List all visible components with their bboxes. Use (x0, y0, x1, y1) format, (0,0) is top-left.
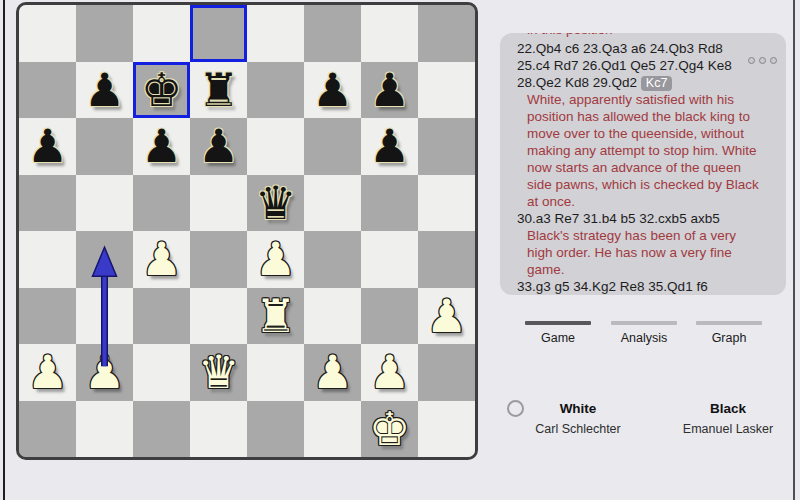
tab-graph[interactable]: Graph (696, 321, 762, 345)
square-e5[interactable]: ♛ (247, 175, 304, 232)
square-e6[interactable] (247, 118, 304, 175)
move-text[interactable]: 25.c4 Rd7 26.Qd1 Qe5 27.Qg4 Ke8 (517, 57, 766, 74)
square-c1[interactable] (133, 401, 190, 458)
square-e8[interactable] (247, 5, 304, 62)
square-d1[interactable] (190, 401, 247, 458)
square-g7[interactable]: ♟ (361, 62, 418, 119)
square-a8[interactable] (19, 5, 76, 62)
black-pawn-d6: ♟ (198, 123, 239, 169)
square-h1[interactable] (418, 401, 475, 458)
square-a6[interactable]: ♟ (19, 118, 76, 175)
square-b6[interactable] (76, 118, 133, 175)
square-f2[interactable]: ♟ (304, 344, 361, 401)
square-g1[interactable]: ♚ (361, 401, 418, 458)
black-pawn-a6: ♟ (27, 123, 68, 169)
square-b4[interactable] (76, 231, 133, 288)
square-e3[interactable]: ♜ (247, 288, 304, 345)
move-text[interactable]: 28.Qe2 Kd8 29.Qd2 Kc7 (517, 74, 766, 91)
move-text[interactable]: 33.g3 g5 34.Kg2 Re8 35.Qd1 f6 (517, 278, 766, 295)
current-move-badge[interactable]: Kc7 (641, 76, 673, 91)
app-screen: ♟♚♜♟♟♟♟♟♟♛♟♟♜♟♟♟♛♟♟♚ in this position 22… (0, 0, 800, 500)
square-h5[interactable] (418, 175, 475, 232)
square-b7[interactable]: ♟ (76, 62, 133, 119)
white-pawn-f2: ♟ (312, 349, 353, 395)
tab-analysis-label: Analysis (611, 331, 677, 345)
annotation-text: Black's strategy has been of a very high… (517, 227, 766, 278)
white-pawn-b2: ♟ (84, 349, 125, 395)
square-c8[interactable] (133, 5, 190, 62)
white-king-g1: ♚ (369, 406, 410, 452)
tab-graph-label: Graph (696, 331, 762, 345)
square-a5[interactable] (19, 175, 76, 232)
square-g3[interactable] (361, 288, 418, 345)
square-h3[interactable]: ♟ (418, 288, 475, 345)
square-f8[interactable] (304, 5, 361, 62)
square-h6[interactable] (418, 118, 475, 175)
square-h8[interactable] (418, 5, 475, 62)
square-e4[interactable]: ♟ (247, 231, 304, 288)
notation-lines: 22.Qb4 c6 23.Qa3 a6 24.Qb3 Rd825.c4 Rd7 … (517, 40, 766, 295)
square-e2[interactable] (247, 344, 304, 401)
square-f3[interactable] (304, 288, 361, 345)
square-f6[interactable] (304, 118, 361, 175)
clipped-annotation: in this position (517, 33, 766, 40)
tab-game[interactable]: Game (525, 321, 591, 345)
square-e7[interactable] (247, 62, 304, 119)
square-f5[interactable] (304, 175, 361, 232)
ellipsis-menu-icon[interactable] (748, 57, 777, 64)
black-pawn-c6: ♟ (141, 123, 182, 169)
square-b2[interactable]: ♟ (76, 344, 133, 401)
square-f1[interactable] (304, 401, 361, 458)
square-d6[interactable]: ♟ (190, 118, 247, 175)
black-rook-d7: ♜ (198, 67, 239, 113)
square-g2[interactable]: ♟ (361, 344, 418, 401)
chess-board: ♟♚♜♟♟♟♟♟♟♛♟♟♜♟♟♟♛♟♟♚ (16, 2, 478, 460)
square-a3[interactable] (19, 288, 76, 345)
square-d3[interactable] (190, 288, 247, 345)
square-g4[interactable] (361, 231, 418, 288)
white-player-name: Carl Schlechter (498, 422, 658, 436)
square-a4[interactable] (19, 231, 76, 288)
square-d5[interactable] (190, 175, 247, 232)
white-pawn-g2: ♟ (369, 349, 410, 395)
square-h2[interactable] (418, 344, 475, 401)
tab-game-indicator (525, 321, 591, 325)
square-a1[interactable] (19, 401, 76, 458)
square-g5[interactable] (361, 175, 418, 232)
black-pawn-b7: ♟ (84, 67, 125, 113)
black-player-name: Emanuel Lasker (648, 422, 800, 436)
white-rook-e3: ♜ (255, 293, 296, 339)
move-list: in this position 22.Qb4 c6 23.Qa3 a6 24.… (500, 33, 786, 295)
square-d4[interactable] (190, 231, 247, 288)
move-text[interactable]: 22.Qb4 c6 23.Qa3 a6 24.Qb3 Rd8 (517, 40, 766, 57)
square-a7[interactable] (19, 62, 76, 119)
square-c2[interactable] (133, 344, 190, 401)
tab-graph-indicator (696, 321, 762, 325)
black-pawn-f7: ♟ (312, 67, 353, 113)
square-c4[interactable]: ♟ (133, 231, 190, 288)
square-h4[interactable] (418, 231, 475, 288)
tab-analysis-indicator (611, 321, 677, 325)
square-b1[interactable] (76, 401, 133, 458)
square-g6[interactable]: ♟ (361, 118, 418, 175)
white-queen-d2: ♛ (198, 349, 239, 395)
square-b3[interactable] (76, 288, 133, 345)
board-grid: ♟♚♜♟♟♟♟♟♟♛♟♟♜♟♟♟♛♟♟♚ (19, 5, 475, 457)
tab-game-label: Game (525, 331, 591, 345)
white-pawn-e4: ♟ (255, 236, 296, 282)
square-a2[interactable]: ♟ (19, 344, 76, 401)
square-g8[interactable] (361, 5, 418, 62)
white-pawn-a2: ♟ (27, 349, 68, 395)
black-queen-e5: ♛ (255, 180, 296, 226)
player-white: White Carl Schlechter (498, 401, 658, 436)
square-h7[interactable] (418, 62, 475, 119)
square-d2[interactable]: ♛ (190, 344, 247, 401)
black-pawn-g6: ♟ (369, 123, 410, 169)
square-c7[interactable]: ♚ (133, 62, 190, 119)
white-pawn-h3: ♟ (426, 293, 467, 339)
black-king-c7: ♚ (141, 67, 182, 113)
square-e1[interactable] (247, 401, 304, 458)
square-b8[interactable] (76, 5, 133, 62)
square-d7[interactable]: ♜ (190, 62, 247, 119)
square-f7[interactable]: ♟ (304, 62, 361, 119)
move-text[interactable]: 30.a3 Re7 31.b4 b5 32.cxb5 axb5 (517, 210, 766, 227)
window-left-edge (3, 0, 5, 500)
white-label: White (498, 401, 658, 416)
square-f4[interactable] (304, 231, 361, 288)
square-b5[interactable] (76, 175, 133, 232)
square-c3[interactable] (133, 288, 190, 345)
player-black: Black Emanuel Lasker (648, 401, 800, 436)
square-c6[interactable]: ♟ (133, 118, 190, 175)
black-pawn-g7: ♟ (369, 67, 410, 113)
square-d8[interactable] (190, 5, 247, 62)
black-label: Black (648, 401, 800, 416)
white-pawn-c4: ♟ (141, 236, 182, 282)
tab-analysis[interactable]: Analysis (611, 321, 677, 345)
annotation-text: White, apparently satisfied with his pos… (517, 91, 766, 210)
square-c5[interactable] (133, 175, 190, 232)
